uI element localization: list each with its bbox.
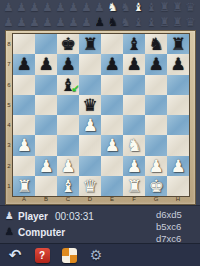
hint-button[interactable]: ? — [32, 246, 52, 265]
black-piece-c8: ♚ — [57, 34, 79, 54]
board-theme-button[interactable] — [59, 246, 79, 265]
black-piece-f8: ♝ — [123, 34, 145, 54]
square-b8[interactable] — [35, 34, 57, 54]
square-b7[interactable]: ♟ — [35, 54, 57, 74]
square-b5[interactable] — [35, 95, 57, 115]
hint-icon: ? — [35, 248, 50, 263]
square-b4[interactable] — [35, 115, 57, 135]
tray-black-b-ghost: ♝ — [132, 15, 145, 30]
square-d7[interactable] — [79, 54, 101, 74]
undo-button[interactable]: ↶ — [5, 246, 25, 265]
square-g2[interactable]: ♟ — [145, 156, 167, 176]
square-h1[interactable] — [167, 176, 189, 196]
player-row: ♟ Player 00:03:31 — [5, 210, 94, 222]
white-piece-a1: ♜ — [13, 176, 35, 196]
white-piece-g2: ♟ — [145, 156, 167, 176]
board-icon — [62, 248, 77, 263]
square-g4[interactable] — [145, 115, 167, 135]
tray-black-p-ghost: ♟ — [67, 15, 80, 30]
move-list: d6xd5 b5xc6 d7xc6 — [156, 209, 182, 245]
gear-icon: ⚙ — [90, 246, 103, 264]
square-h2[interactable]: ♟ — [167, 156, 189, 176]
square-c2[interactable]: ♟ — [57, 156, 79, 176]
tray-white-p-ghost: ♟ — [15, 0, 28, 15]
square-c3[interactable] — [57, 135, 79, 155]
square-d8[interactable]: ♜ — [79, 34, 101, 54]
square-h5[interactable] — [167, 95, 189, 115]
tray-black-n-black: ♞ — [106, 15, 119, 30]
tray-black-q-ghost: ♛ — [184, 15, 197, 30]
board-grid: ♚♜♝♞♜♟♟♟♟♟♟♟♝↙♛♟♟♟♞♟♟♟♟♟♜♝♛♜♚ — [12, 33, 190, 197]
black-piece-g8: ♞ — [145, 34, 167, 54]
square-a8[interactable] — [13, 34, 35, 54]
square-a1[interactable]: ♜ — [13, 176, 35, 196]
white-piece-d1: ♛ — [79, 176, 101, 196]
square-f6[interactable] — [123, 75, 145, 95]
square-f2[interactable]: ♟ — [123, 156, 145, 176]
square-e3[interactable]: ♟ — [101, 135, 123, 155]
square-e5[interactable] — [101, 95, 123, 115]
black-piece-h7: ♟ — [167, 54, 189, 74]
chess-board: 87654321 ♚♜♝♞♜♟♟♟♟♟♟♟♝↙♛♟♟♟♞♟♟♟♟♟♜♝♛♜♚ A… — [5, 30, 196, 205]
square-a7[interactable]: ♟ — [13, 54, 35, 74]
tray-black-r-ghost: ♜ — [171, 15, 184, 30]
tray-black-p-ghost: ♟ — [15, 15, 28, 30]
tray-black-r-ghost: ♜ — [158, 15, 171, 30]
undo-icon: ↶ — [9, 246, 22, 264]
square-a2[interactable] — [13, 156, 35, 176]
square-d1[interactable]: ♛ — [79, 176, 101, 196]
square-e1[interactable] — [101, 176, 123, 196]
tray-white-q-ghost: ♛ — [184, 0, 197, 15]
tray-white-p-ghost: ♟ — [54, 0, 67, 15]
square-e4[interactable] — [101, 115, 123, 135]
computer-label: Computer — [18, 227, 65, 238]
square-f3[interactable]: ♞ — [123, 135, 145, 155]
captured-pieces-tray: ♟♟♟♟♟♟♟♟♞♞♝♝♜♜♛ ♟♟♟♟♟♟♟♟♞♞♝♝♜♜♛ — [0, 0, 200, 30]
square-d3[interactable] — [79, 135, 101, 155]
info-panel: ♟ Player 00:03:31 ♟ Computer d6xd5 b5xc6… — [0, 205, 200, 243]
square-c1[interactable]: ♝ — [57, 176, 79, 196]
white-piece-h2: ♟ — [167, 156, 189, 176]
file-label-D: D — [79, 195, 101, 204]
square-e2[interactable] — [101, 156, 123, 176]
square-e6[interactable] — [101, 75, 123, 95]
black-piece-h8: ♜ — [167, 34, 189, 54]
tray-white-n-white: ♞ — [106, 0, 119, 15]
file-label-H: H — [167, 195, 189, 204]
tray-white-p-ghost: ♟ — [28, 0, 41, 15]
square-c7[interactable]: ♟ — [57, 54, 79, 74]
square-d2[interactable] — [79, 156, 101, 176]
tray-black-n-ghost: ♞ — [119, 15, 132, 30]
square-a5[interactable] — [13, 95, 35, 115]
file-label-F: F — [123, 195, 145, 204]
tray-black-p-ghost: ♟ — [28, 15, 41, 30]
player-clock: 00:03:31 — [55, 211, 94, 222]
square-f1[interactable]: ♜ — [123, 176, 145, 196]
white-piece-e3: ♟ — [101, 135, 123, 155]
black-piece-a7: ♟ — [13, 54, 35, 74]
tray-white-p-ghost: ♟ — [93, 0, 106, 15]
move-entry: d6xd5 — [156, 209, 182, 221]
square-g3[interactable] — [145, 135, 167, 155]
white-piece-a3: ♟ — [13, 135, 35, 155]
square-e7[interactable]: ♟ — [101, 54, 123, 74]
square-h8[interactable]: ♜ — [167, 34, 189, 54]
file-label-G: G — [145, 195, 167, 204]
square-a3[interactable]: ♟ — [13, 135, 35, 155]
square-g8[interactable]: ♞ — [145, 34, 167, 54]
square-f8[interactable]: ♝ — [123, 34, 145, 54]
square-g5[interactable] — [145, 95, 167, 115]
square-c6[interactable]: ♝↙ — [57, 75, 79, 95]
black-piece-f7: ♟ — [123, 54, 145, 74]
tray-white-p-ghost: ♟ — [2, 0, 15, 15]
tray-black-p-ghost: ♟ — [80, 15, 93, 30]
tray-white-n-ghost: ♞ — [119, 0, 132, 15]
square-b1[interactable] — [35, 176, 57, 196]
white-piece-d4: ♟ — [79, 115, 101, 135]
square-h4[interactable] — [167, 115, 189, 135]
square-a4[interactable] — [13, 115, 35, 135]
black-pawn-icon: ♟ — [5, 226, 14, 238]
white-piece-f3: ♞ — [123, 135, 145, 155]
white-piece-b2: ♟ — [35, 156, 57, 176]
tray-black-b-ghost: ♝ — [145, 15, 158, 30]
square-h3[interactable] — [167, 135, 189, 155]
square-f4[interactable] — [123, 115, 145, 135]
white-pawn-icon: ♟ — [5, 210, 14, 222]
square-f7[interactable]: ♟ — [123, 54, 145, 74]
tray-white-p-ghost: ♟ — [41, 0, 54, 15]
tray-row-white: ♟♟♟♟♟♟♟♟♞♞♝♝♜♜♛ — [2, 0, 197, 15]
square-b6[interactable] — [35, 75, 57, 95]
toolbar: ↶ ? ⚙ — [0, 243, 200, 266]
square-d6[interactable] — [79, 75, 101, 95]
tray-white-p-ghost: ♟ — [80, 0, 93, 15]
black-piece-d8: ♜ — [79, 34, 101, 54]
player-label: Player — [18, 211, 48, 222]
white-piece-c2: ♟ — [57, 156, 79, 176]
tray-black-p-ghost: ♟ — [54, 15, 67, 30]
square-f5[interactable] — [123, 95, 145, 115]
tray-white-p-ghost: ♟ — [67, 0, 80, 15]
tray-white-r-ghost: ♜ — [171, 0, 184, 15]
square-d5[interactable]: ♛ — [79, 95, 101, 115]
white-piece-f1: ♜ — [123, 176, 145, 196]
black-piece-e7: ♟ — [101, 54, 123, 74]
black-piece-d5: ♛ — [79, 95, 101, 115]
tray-white-b-ghost: ♝ — [145, 0, 158, 15]
black-piece-b7: ♟ — [35, 54, 57, 74]
tray-white-b-white: ♝ — [132, 0, 145, 15]
square-c8[interactable]: ♚ — [57, 34, 79, 54]
tray-black-p-ghost: ♟ — [41, 15, 54, 30]
square-a6[interactable] — [13, 75, 35, 95]
square-g6[interactable] — [145, 75, 167, 95]
black-piece-g7: ♟ — [145, 54, 167, 74]
square-h6[interactable] — [167, 75, 189, 95]
square-g7[interactable]: ♟ — [145, 54, 167, 74]
file-label-C: C — [57, 195, 79, 204]
computer-row: ♟ Computer — [5, 226, 65, 238]
square-b2[interactable]: ♟ — [35, 156, 57, 176]
move-entry: b5xc6 — [156, 221, 182, 233]
tray-row-black: ♟♟♟♟♟♟♟♟♞♞♝♝♜♜♛ — [2, 15, 197, 30]
file-labels: ABCDEFGH — [13, 195, 189, 204]
black-piece-c6: ♝ — [57, 75, 79, 95]
tray-black-p-ghost: ♟ — [2, 15, 15, 30]
file-label-B: B — [35, 195, 57, 204]
tray-black-p-black: ♟ — [93, 15, 106, 30]
file-label-A: A — [13, 195, 35, 204]
square-c4[interactable] — [57, 115, 79, 135]
square-e8[interactable] — [101, 34, 123, 54]
white-piece-c1: ♝ — [57, 176, 79, 196]
square-b3[interactable] — [35, 135, 57, 155]
square-h7[interactable]: ♟ — [167, 54, 189, 74]
white-piece-g1: ♚ — [145, 176, 167, 196]
file-label-E: E — [101, 195, 123, 204]
square-g1[interactable]: ♚ — [145, 176, 167, 196]
black-piece-c7: ♟ — [57, 54, 79, 74]
white-piece-f2: ♟ — [123, 156, 145, 176]
square-d4[interactable]: ♟ — [79, 115, 101, 135]
square-c5[interactable] — [57, 95, 79, 115]
settings-button[interactable]: ⚙ — [86, 246, 106, 265]
tray-white-r-ghost: ♜ — [158, 0, 171, 15]
